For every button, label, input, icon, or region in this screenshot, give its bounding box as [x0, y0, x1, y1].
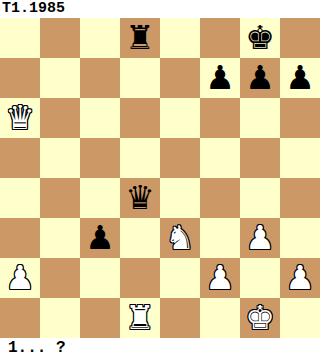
square-a4[interactable]: [0, 178, 40, 218]
square-h3[interactable]: [280, 218, 320, 258]
square-d5[interactable]: [120, 138, 160, 178]
white-pawn-f2: ♟: [205, 258, 235, 298]
square-a2[interactable]: ♟: [0, 258, 40, 298]
square-b3[interactable]: [40, 218, 80, 258]
square-e5[interactable]: [160, 138, 200, 178]
square-f7[interactable]: ♟: [200, 58, 240, 98]
white-queen-a6: ♛: [5, 98, 35, 138]
square-d6[interactable]: [120, 98, 160, 138]
black-pawn-f7: ♟: [205, 58, 235, 98]
square-h4[interactable]: [280, 178, 320, 218]
square-e7[interactable]: [160, 58, 200, 98]
black-pawn-g7: ♟: [245, 58, 275, 98]
puzzle-title: T1.1985: [0, 0, 320, 18]
black-king-g8: ♚: [245, 18, 275, 58]
black-rook-d8: ♜: [125, 18, 155, 58]
square-f2[interactable]: ♟: [200, 258, 240, 298]
square-h5[interactable]: [280, 138, 320, 178]
square-f4[interactable]: [200, 178, 240, 218]
chess-board: ♜♚♟♟♟♛♛♟♞♟♟♟♟♜♚: [0, 18, 320, 338]
square-e3[interactable]: ♞: [160, 218, 200, 258]
white-king-g1: ♚: [245, 298, 275, 338]
square-f1[interactable]: [200, 298, 240, 338]
square-a1[interactable]: [0, 298, 40, 338]
square-a3[interactable]: [0, 218, 40, 258]
square-c1[interactable]: [80, 298, 120, 338]
square-d8[interactable]: ♜: [120, 18, 160, 58]
square-a7[interactable]: [0, 58, 40, 98]
square-e6[interactable]: [160, 98, 200, 138]
square-c8[interactable]: [80, 18, 120, 58]
square-h7[interactable]: ♟: [280, 58, 320, 98]
square-c7[interactable]: [80, 58, 120, 98]
square-d1[interactable]: ♜: [120, 298, 160, 338]
black-pawn-h7: ♟: [285, 58, 315, 98]
white-pawn-h2: ♟: [285, 258, 315, 298]
square-h1[interactable]: [280, 298, 320, 338]
square-b1[interactable]: [40, 298, 80, 338]
square-f5[interactable]: [200, 138, 240, 178]
square-h6[interactable]: [280, 98, 320, 138]
white-pawn-g3: ♟: [245, 218, 275, 258]
square-a8[interactable]: [0, 18, 40, 58]
square-c5[interactable]: [80, 138, 120, 178]
square-g2[interactable]: [240, 258, 280, 298]
square-f3[interactable]: [200, 218, 240, 258]
square-c4[interactable]: [80, 178, 120, 218]
square-h2[interactable]: ♟: [280, 258, 320, 298]
white-rook-d1: ♜: [125, 298, 155, 338]
square-f6[interactable]: [200, 98, 240, 138]
square-d4[interactable]: ♛: [120, 178, 160, 218]
move-prompt: 1... ?: [0, 338, 320, 360]
square-g1[interactable]: ♚: [240, 298, 280, 338]
white-knight-e3: ♞: [165, 218, 195, 258]
square-d2[interactable]: [120, 258, 160, 298]
square-g5[interactable]: [240, 138, 280, 178]
square-b4[interactable]: [40, 178, 80, 218]
square-b6[interactable]: [40, 98, 80, 138]
square-c6[interactable]: [80, 98, 120, 138]
black-queen-d4: ♛: [125, 178, 155, 218]
square-e8[interactable]: [160, 18, 200, 58]
square-c2[interactable]: [80, 258, 120, 298]
black-pawn-c3: ♟: [85, 218, 115, 258]
square-h8[interactable]: [280, 18, 320, 58]
square-a6[interactable]: ♛: [0, 98, 40, 138]
square-e4[interactable]: [160, 178, 200, 218]
white-pawn-a2: ♟: [5, 258, 35, 298]
square-e1[interactable]: [160, 298, 200, 338]
chess-diagram-page: T1.1985 ♜♚♟♟♟♛♛♟♞♟♟♟♟♜♚ 1... ?: [0, 0, 320, 360]
square-d7[interactable]: [120, 58, 160, 98]
square-b5[interactable]: [40, 138, 80, 178]
square-g3[interactable]: ♟: [240, 218, 280, 258]
square-g8[interactable]: ♚: [240, 18, 280, 58]
square-b8[interactable]: [40, 18, 80, 58]
square-b2[interactable]: [40, 258, 80, 298]
square-g4[interactable]: [240, 178, 280, 218]
square-g6[interactable]: [240, 98, 280, 138]
square-g7[interactable]: ♟: [240, 58, 280, 98]
square-d3[interactable]: [120, 218, 160, 258]
square-c3[interactable]: ♟: [80, 218, 120, 258]
square-f8[interactable]: [200, 18, 240, 58]
square-a5[interactable]: [0, 138, 40, 178]
square-b7[interactable]: [40, 58, 80, 98]
square-e2[interactable]: [160, 258, 200, 298]
